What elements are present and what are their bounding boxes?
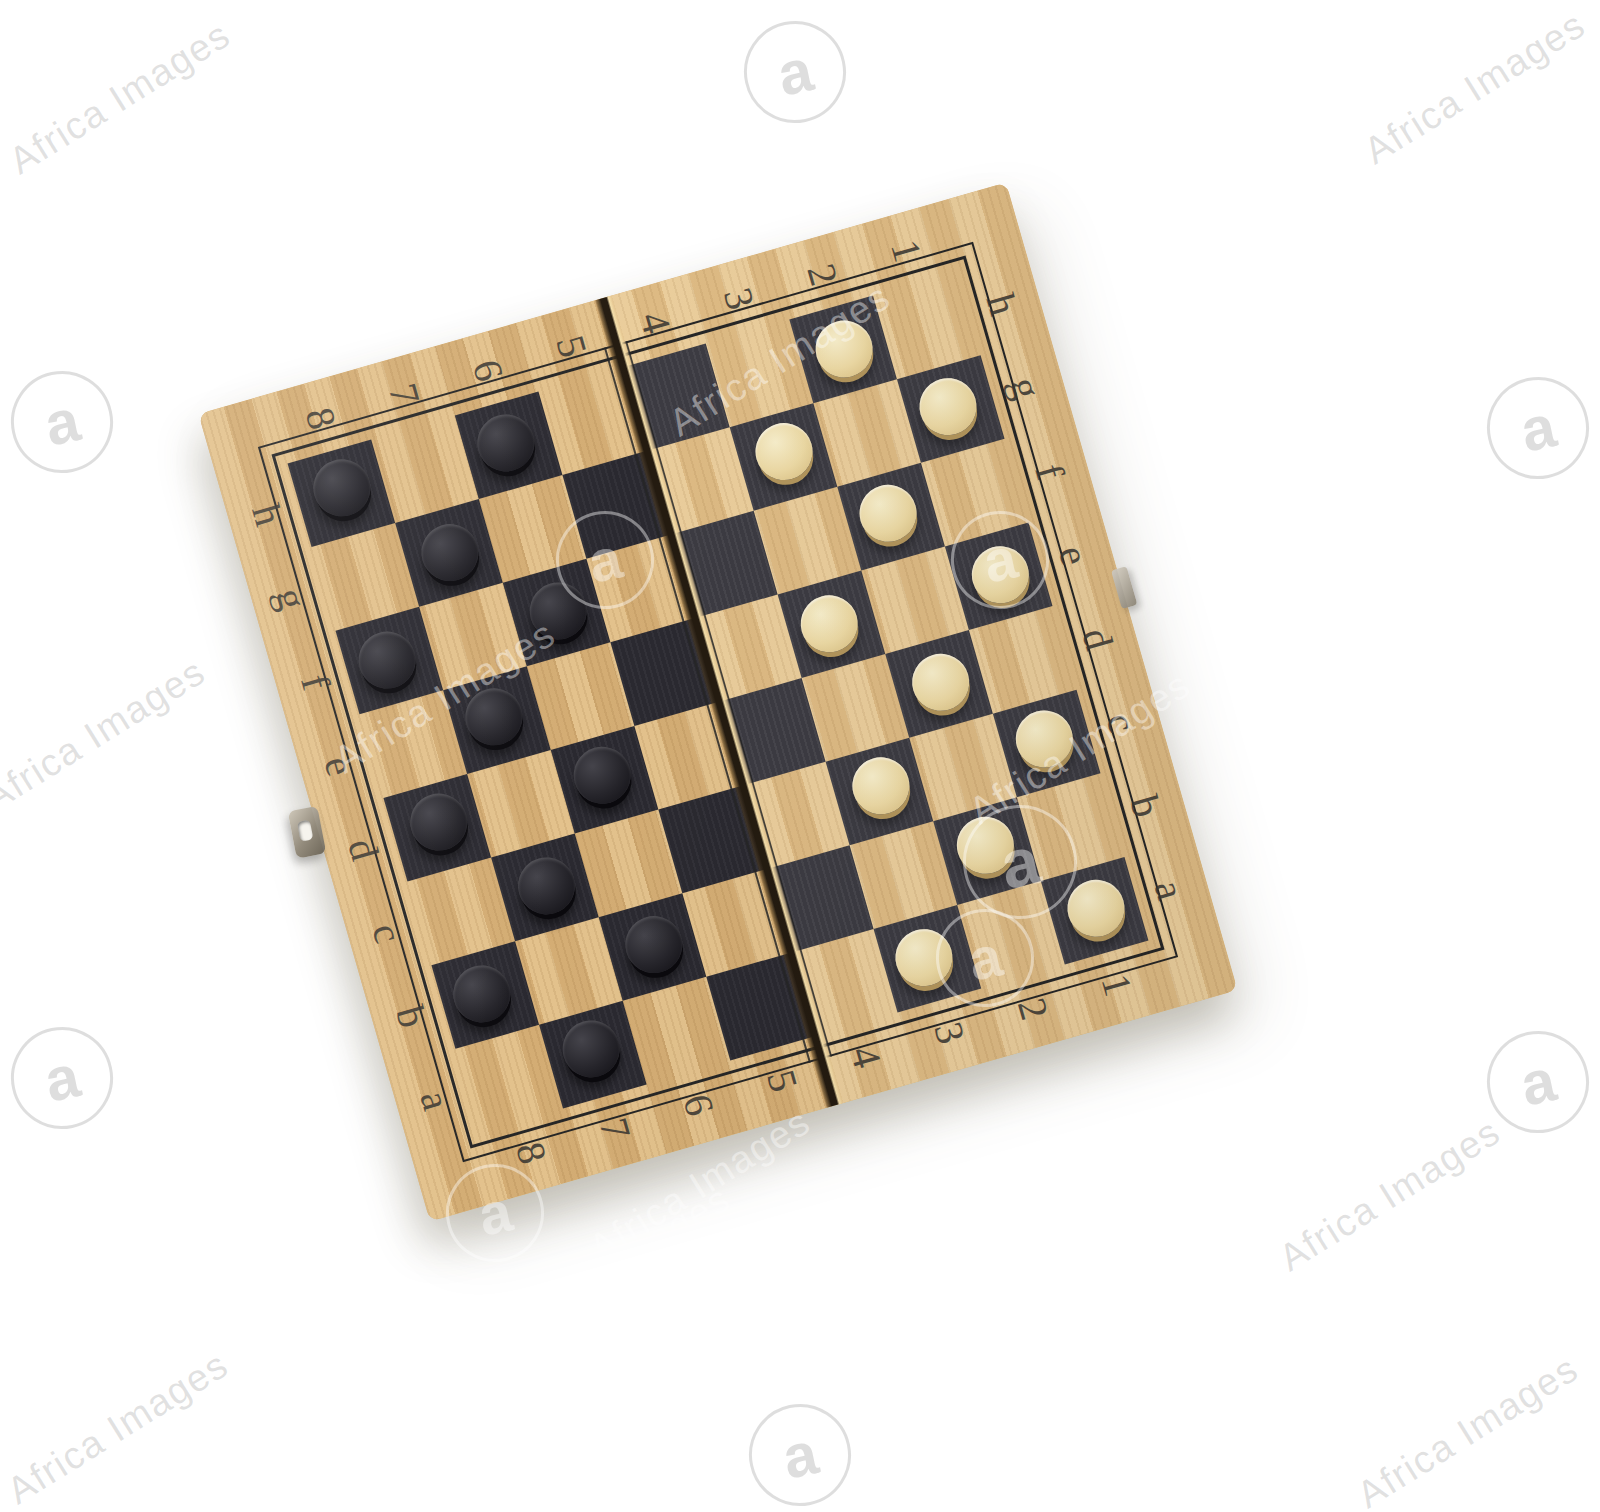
watermark-text: Africa Images bbox=[1272, 1110, 1508, 1280]
watermark-logo-icon: a bbox=[1478, 1022, 1599, 1143]
watermark-text: Africa Images bbox=[2, 13, 238, 183]
watermark-text: Africa Images bbox=[1350, 1347, 1586, 1512]
watermark-logo-icon: a bbox=[735, 12, 856, 133]
watermark-logo-icon: a bbox=[2, 1018, 123, 1139]
watermark-text: Africa Images bbox=[0, 650, 213, 820]
checkers-board: 8877665544332211hhggffeeddccbbaa bbox=[199, 183, 1238, 1222]
watermark-logo-icon: a bbox=[740, 1395, 861, 1512]
watermark-text: Africa Images bbox=[0, 1343, 236, 1512]
photo-stage: 8877665544332211hhggffeeddccbbaa Africa … bbox=[0, 0, 1600, 1512]
watermark-text: Africa Images bbox=[502, 1177, 738, 1347]
watermark-logo-icon: a bbox=[2, 362, 123, 483]
watermark-text: Africa Images bbox=[1357, 3, 1593, 173]
watermark-logo-icon: a bbox=[1478, 368, 1599, 489]
